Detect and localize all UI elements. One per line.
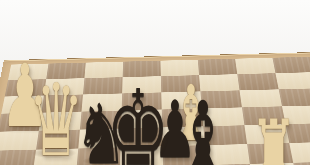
chess-photo-scene: ♟♛♞♚♟♝♝♜: [0, 0, 310, 165]
black-bishop-piece: ♝: [174, 88, 231, 165]
black-king-piece: ♚: [106, 75, 170, 165]
pieces-layer: ♟♛♞♚♟♝♝♜: [0, 0, 310, 165]
white-rook-piece: ♜: [250, 108, 298, 165]
